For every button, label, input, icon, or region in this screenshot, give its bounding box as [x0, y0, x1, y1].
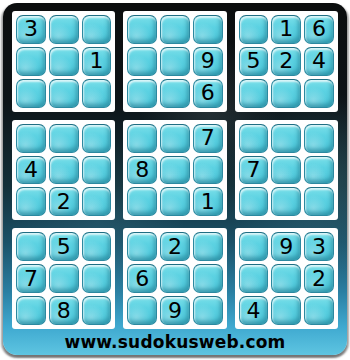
cell-r9c8[interactable] — [271, 296, 301, 325]
cell-r4c2[interactable] — [49, 124, 79, 153]
cell-r9c9[interactable] — [304, 296, 334, 325]
cell-r6c7[interactable] — [239, 187, 269, 216]
cell-r9c4[interactable] — [127, 296, 157, 325]
cell-r2c4[interactable] — [127, 47, 157, 76]
box-6: 7 — [235, 120, 338, 221]
cell-r7c6[interactable] — [193, 232, 223, 261]
cell-r1c9[interactable]: 6 — [304, 15, 334, 44]
box-8: 269 — [123, 228, 226, 329]
cell-r6c1[interactable] — [16, 187, 46, 216]
cell-r7c8[interactable]: 9 — [271, 232, 301, 261]
cell-r1c2[interactable] — [49, 15, 79, 44]
box-2: 96 — [123, 11, 226, 112]
cell-r2c9[interactable]: 4 — [304, 47, 334, 76]
cell-r6c2[interactable]: 2 — [49, 187, 79, 216]
cell-r6c8[interactable] — [271, 187, 301, 216]
cell-r7c3[interactable] — [82, 232, 112, 261]
cell-r5c7[interactable]: 7 — [239, 156, 269, 185]
cell-r7c4[interactable] — [127, 232, 157, 261]
cell-r1c8[interactable]: 1 — [271, 15, 301, 44]
cell-r1c6[interactable] — [193, 15, 223, 44]
cell-r1c4[interactable] — [127, 15, 157, 44]
box-4: 42 — [12, 120, 115, 221]
cell-r4c1[interactable] — [16, 124, 46, 153]
cell-r5c8[interactable] — [271, 156, 301, 185]
cell-r2c3[interactable]: 1 — [82, 47, 112, 76]
box-3: 16524 — [235, 11, 338, 112]
cell-r2c1[interactable] — [16, 47, 46, 76]
cell-r4c9[interactable] — [304, 124, 334, 153]
box-5: 781 — [123, 120, 226, 221]
cell-r3c5[interactable] — [160, 79, 190, 108]
cell-r5c1[interactable]: 4 — [16, 156, 46, 185]
cell-r8c1[interactable]: 7 — [16, 264, 46, 293]
cell-r3c6[interactable]: 6 — [193, 79, 223, 108]
cell-r1c5[interactable] — [160, 15, 190, 44]
cell-r7c9[interactable]: 3 — [304, 232, 334, 261]
cell-r8c3[interactable] — [82, 264, 112, 293]
sudoku-board: 3196165244278175782699324 — [12, 11, 338, 329]
cell-r8c8[interactable] — [271, 264, 301, 293]
cell-r7c7[interactable] — [239, 232, 269, 261]
cell-r4c5[interactable] — [160, 124, 190, 153]
cell-r2c5[interactable] — [160, 47, 190, 76]
cell-r5c2[interactable] — [49, 156, 79, 185]
cell-r3c9[interactable] — [304, 79, 334, 108]
cell-r6c9[interactable] — [304, 187, 334, 216]
cell-r7c2[interactable]: 5 — [49, 232, 79, 261]
cell-r6c5[interactable] — [160, 187, 190, 216]
box-1: 31 — [12, 11, 115, 112]
cell-r2c6[interactable]: 9 — [193, 47, 223, 76]
box-7: 578 — [12, 228, 115, 329]
cell-r7c1[interactable] — [16, 232, 46, 261]
cell-r4c8[interactable] — [271, 124, 301, 153]
cell-r4c7[interactable] — [239, 124, 269, 153]
cell-r6c4[interactable] — [127, 187, 157, 216]
cell-r9c7[interactable]: 4 — [239, 296, 269, 325]
cell-r5c4[interactable]: 8 — [127, 156, 157, 185]
cell-r8c2[interactable] — [49, 264, 79, 293]
cell-r3c8[interactable] — [271, 79, 301, 108]
box-9: 9324 — [235, 228, 338, 329]
cell-r9c1[interactable] — [16, 296, 46, 325]
cell-r9c3[interactable] — [82, 296, 112, 325]
cell-r5c6[interactable] — [193, 156, 223, 185]
cell-r2c2[interactable] — [49, 47, 79, 76]
site-url-label: www.sudokusweb.com — [64, 332, 285, 352]
cell-r8c9[interactable]: 2 — [304, 264, 334, 293]
cell-r5c9[interactable] — [304, 156, 334, 185]
cell-r1c3[interactable] — [82, 15, 112, 44]
cell-r4c3[interactable] — [82, 124, 112, 153]
cell-r1c7[interactable] — [239, 15, 269, 44]
cell-r3c2[interactable] — [49, 79, 79, 108]
cell-r9c5[interactable]: 9 — [160, 296, 190, 325]
cell-r2c7[interactable]: 5 — [239, 47, 269, 76]
cell-r6c6[interactable]: 1 — [193, 187, 223, 216]
cell-r8c6[interactable] — [193, 264, 223, 293]
cell-r4c4[interactable] — [127, 124, 157, 153]
cell-r3c1[interactable] — [16, 79, 46, 108]
board-frame: 3196165244278175782699324 www.sudokusweb… — [3, 3, 347, 355]
cell-r7c5[interactable]: 2 — [160, 232, 190, 261]
cell-r3c3[interactable] — [82, 79, 112, 108]
cell-r9c6[interactable] — [193, 296, 223, 325]
cell-r4c6[interactable]: 7 — [193, 124, 223, 153]
cell-r1c1[interactable]: 3 — [16, 15, 46, 44]
site-credit: www.sudokusweb.com — [12, 329, 338, 354]
cell-r9c2[interactable]: 8 — [49, 296, 79, 325]
cell-r8c4[interactable]: 6 — [127, 264, 157, 293]
cell-r3c4[interactable] — [127, 79, 157, 108]
cell-r3c7[interactable] — [239, 79, 269, 108]
cell-r5c3[interactable] — [82, 156, 112, 185]
cell-r2c8[interactable]: 2 — [271, 47, 301, 76]
cell-r8c7[interactable] — [239, 264, 269, 293]
cell-r6c3[interactable] — [82, 187, 112, 216]
cell-r5c5[interactable] — [160, 156, 190, 185]
cell-r8c5[interactable] — [160, 264, 190, 293]
